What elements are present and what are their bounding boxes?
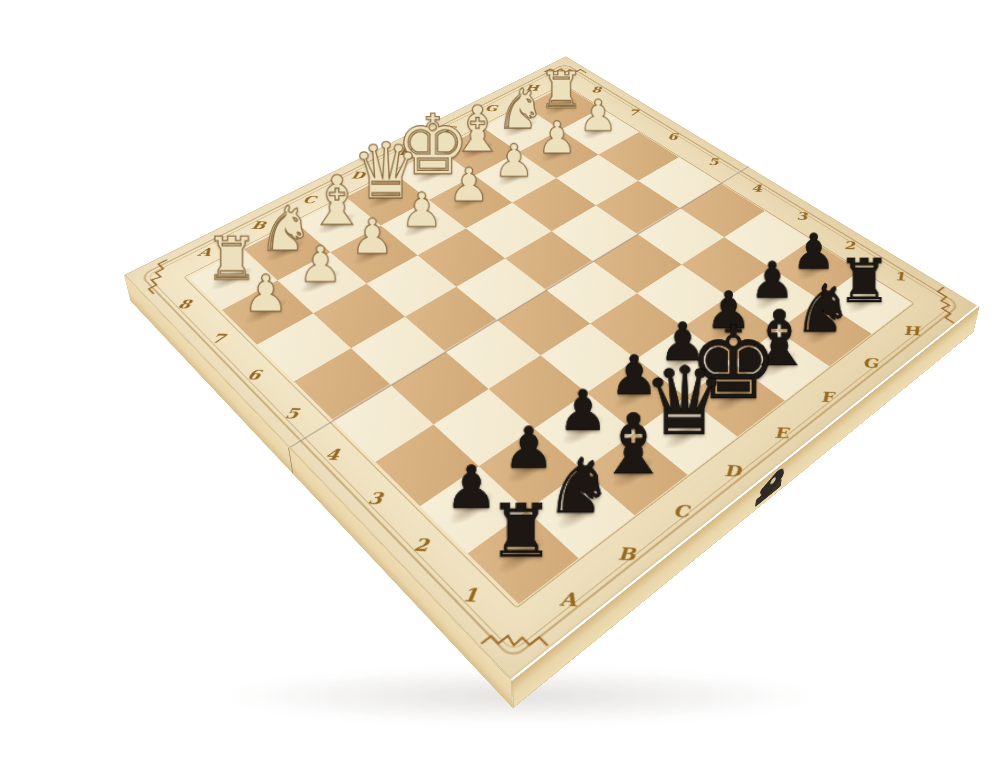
corner-ornament-icon <box>543 67 589 75</box>
scene: 8877665544332211AABBCCDDEEFFGGHH <box>0 0 1001 768</box>
chess-board: 8877665544332211AABBCCDDEEFFGGHH <box>124 56 977 679</box>
piece-glyph-pawn: ♟ <box>195 268 338 319</box>
page: 8877665544332211AABBCCDDEEFFGGHH <box>0 0 1001 768</box>
